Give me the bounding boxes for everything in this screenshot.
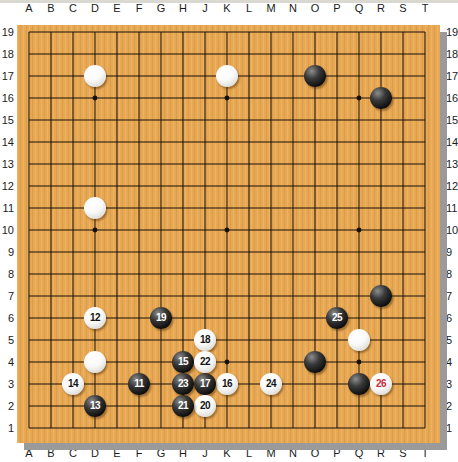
coord-label-bottom-F: F [136,447,143,459]
coord-label-bottom-S: S [399,447,406,459]
stone-white-J5: 18 [194,329,216,351]
stone-white-D11 [84,197,106,219]
coord-label-left-14: 14 [2,136,14,148]
coord-label-left-13: 13 [2,158,14,170]
coord-label-left-16: 16 [2,92,14,104]
coord-label-bottom-O: O [311,447,320,459]
move-number-label: 25 [332,313,342,323]
coord-label-top-S: S [399,2,406,14]
coord-label-right-11: 11 [446,202,457,214]
coord-label-left-19: 19 [2,26,14,38]
coord-label-top-H: H [179,2,187,14]
coord-label-left-1: 1 [8,422,14,434]
coord-label-top-L: L [246,2,252,14]
coord-label-bottom-R: R [377,447,385,459]
move-number-label: 19 [156,313,166,323]
coord-label-left-18: 18 [2,48,14,60]
stone-white-J4: 22 [194,351,216,373]
coord-label-top-J: J [202,2,208,14]
coord-label-left-15: 15 [2,114,14,126]
coord-label-left-9: 9 [8,246,14,258]
stone-white-D17 [84,65,106,87]
coord-label-top-B: B [47,2,54,14]
move-number-label: 24 [266,379,276,389]
coord-label-bottom-A: A [25,447,32,459]
coord-label-bottom-L: L [246,447,252,459]
stone-white-K17 [216,65,238,87]
move-number-label: 20 [200,401,210,411]
coord-label-right-6: 6 [446,312,452,324]
stone-white-R3: 26 [370,373,392,395]
coord-label-right-16: 16 [446,92,458,104]
coord-label-top-O: O [311,2,320,14]
coord-label-bottom-T: T [422,447,429,459]
coord-label-top-Q: Q [355,2,364,14]
coord-label-left-4: 4 [8,356,14,368]
coord-label-top-N: N [289,2,297,14]
stone-black-O17 [304,65,326,87]
coord-label-bottom-Q: Q [355,447,364,459]
stone-black-O4 [304,351,326,373]
stone-black-P6: 25 [326,307,348,329]
move-number-label: 13 [90,401,100,411]
stone-black-R7 [370,285,392,307]
coord-label-top-E: E [113,2,120,14]
coord-label-left-7: 7 [8,290,14,302]
coord-label-left-11: 11 [3,202,14,214]
stone-black-J3: 17 [194,373,216,395]
coord-label-top-D: D [91,2,99,14]
coord-label-bottom-G: G [157,447,166,459]
coord-label-right-3: 3 [446,378,452,390]
coord-label-left-12: 12 [2,180,14,192]
stone-white-Q5 [348,329,370,351]
coord-label-right-9: 9 [446,246,452,258]
coord-label-right-8: 8 [446,268,452,280]
coord-label-right-13: 13 [446,158,458,170]
move-number-label: 14 [68,379,78,389]
stone-black-Q3 [348,373,370,395]
last-move-number-label: 26 [376,379,386,389]
move-number-label: 23 [178,379,188,389]
stone-white-D6: 12 [84,307,106,329]
go-app-screen: AABBCCDDEEFFGGHHJJKKLLMMNNOOPPQQRRSSTT19… [0,0,458,462]
move-number-label: 21 [178,401,188,411]
coord-label-right-5: 5 [446,334,452,346]
coord-label-left-17: 17 [2,70,14,82]
stones-grid: 11121314151617181920212223242526 [18,21,436,439]
coord-label-left-6: 6 [8,312,14,324]
move-number-label: 11 [134,379,144,389]
coord-label-bottom-H: H [179,447,187,459]
stone-black-R16 [370,87,392,109]
coord-label-top-R: R [377,2,385,14]
stone-white-K3: 16 [216,373,238,395]
coord-label-top-G: G [157,2,166,14]
coord-label-top-F: F [136,2,143,14]
coord-label-left-8: 8 [8,268,14,280]
move-number-label: 18 [200,335,210,345]
stone-black-H2: 21 [172,395,194,417]
move-number-label: 12 [90,313,100,323]
coord-label-right-18: 18 [446,48,458,60]
coord-label-top-P: P [333,2,340,14]
coord-label-bottom-M: M [266,447,275,459]
coord-label-bottom-K: K [223,447,230,459]
coord-label-bottom-N: N [289,447,297,459]
stone-white-J2: 20 [194,395,216,417]
coord-label-bottom-J: J [202,447,208,459]
coord-label-right-7: 7 [446,290,452,302]
coord-label-bottom-B: B [47,447,54,459]
move-number-label: 22 [200,357,210,367]
stone-white-D4 [84,351,106,373]
coord-label-right-12: 12 [446,180,458,192]
coord-label-right-14: 14 [446,136,458,148]
move-number-label: 15 [178,357,188,367]
coord-label-top-A: A [25,2,32,14]
coord-label-bottom-C: C [69,447,77,459]
stone-black-H3: 23 [172,373,194,395]
coord-label-left-5: 5 [8,334,14,346]
coord-label-right-19: 19 [446,26,458,38]
coord-label-bottom-D: D [91,447,99,459]
coord-label-right-15: 15 [446,114,458,126]
go-board[interactable]: 11121314151617181920212223242526 [17,25,440,443]
coord-label-top-C: C [69,2,77,14]
coord-label-right-17: 17 [446,70,458,82]
coord-label-left-2: 2 [8,400,14,412]
coord-label-top-M: M [266,2,275,14]
stone-white-M3: 24 [260,373,282,395]
coord-label-right-2: 2 [446,400,452,412]
coord-label-right-1: 1 [446,422,452,434]
stone-black-D2: 13 [84,395,106,417]
move-number-label: 17 [200,379,210,389]
stone-black-G6: 19 [150,307,172,329]
stone-white-C3: 14 [62,373,84,395]
stone-black-H4: 15 [172,351,194,373]
stone-black-F3: 11 [128,373,150,395]
coord-label-left-3: 3 [8,378,14,390]
coord-label-right-4: 4 [446,356,452,368]
coord-label-right-10: 10 [446,224,458,236]
coord-label-bottom-E: E [113,447,120,459]
move-number-label: 16 [222,379,232,389]
coord-label-top-T: T [422,2,429,14]
coord-label-top-K: K [223,2,230,14]
coord-label-left-10: 10 [2,224,14,236]
coord-label-bottom-P: P [333,447,340,459]
